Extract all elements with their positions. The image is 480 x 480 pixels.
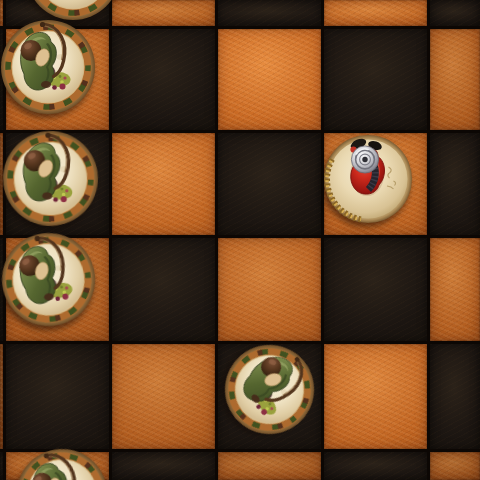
square-c3-r2[interactable] xyxy=(218,133,321,235)
square-c5-r5[interactable] xyxy=(430,452,480,480)
board-photo xyxy=(0,0,480,480)
square-c0-r4[interactable] xyxy=(0,344,3,449)
square-c5-r4[interactable] xyxy=(430,344,480,449)
square-c0-r5[interactable] xyxy=(0,452,3,480)
square-c5-r0[interactable] xyxy=(430,0,480,26)
piece-red-p-c4r2[interactable] xyxy=(318,129,418,229)
square-c3-r3[interactable] xyxy=(218,238,321,341)
square-c4-r3[interactable] xyxy=(324,238,427,341)
square-c5-r2[interactable] xyxy=(430,133,480,235)
piece-green-p-c1r1[interactable] xyxy=(0,17,98,117)
square-c2-r3[interactable] xyxy=(112,238,215,341)
square-c1-r4[interactable] xyxy=(6,344,109,449)
square-c5-r1[interactable] xyxy=(430,29,480,130)
square-c2-r4[interactable] xyxy=(112,344,215,449)
square-c4-r4[interactable] xyxy=(324,344,427,449)
square-c3-r1[interactable] xyxy=(218,29,321,130)
piece-green-p-c1r3[interactable] xyxy=(0,223,104,335)
square-c2-r1[interactable] xyxy=(112,29,215,130)
square-c2-r5[interactable] xyxy=(112,452,215,480)
square-c2-r0[interactable] xyxy=(112,0,215,26)
square-c4-r5[interactable] xyxy=(324,452,427,480)
piece-green-p-c1r2[interactable] xyxy=(0,124,104,232)
square-c4-r1[interactable] xyxy=(324,29,427,130)
square-c4-r0[interactable] xyxy=(324,0,427,26)
square-c3-r5[interactable] xyxy=(218,452,321,480)
square-c2-r2[interactable] xyxy=(112,133,215,235)
square-c3-r0[interactable] xyxy=(218,0,321,26)
square-c5-r3[interactable] xyxy=(430,238,480,341)
